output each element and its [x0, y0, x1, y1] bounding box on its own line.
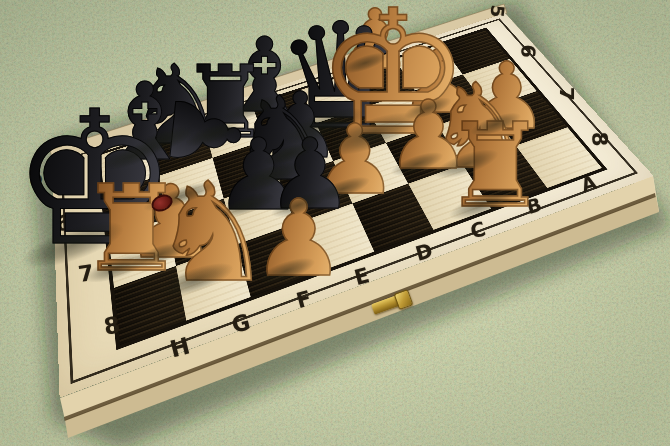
photo-stage: 56785678HGFEDCBA ♟♟♝♟♛♜♚♞♟♝♞♟♞♟♟♟♜♟♚♟♜♟♞	[0, 0, 670, 446]
rank-label-left-8: 8	[102, 313, 121, 338]
rank-label-right-8: 8	[588, 131, 609, 146]
rank-label-right-5: 5	[487, 4, 506, 18]
rank-label-right-7: 7	[557, 87, 577, 101]
